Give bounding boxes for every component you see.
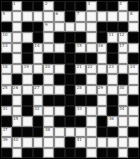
- grid-cell[interactable]: [118, 11, 129, 21]
- grid-cell[interactable]: [65, 22, 76, 32]
- clue-number: 25: [3, 86, 8, 91]
- clue-number: 27: [34, 86, 39, 91]
- block-cell: [107, 95, 118, 105]
- grid-cell[interactable]: [12, 11, 23, 21]
- grid-cell[interactable]: [86, 148, 97, 158]
- clue-number: 24: [130, 65, 135, 70]
- grid-cell[interactable]: 26: [12, 85, 23, 95]
- clue-number: 29: [98, 86, 103, 91]
- block-cell: [65, 53, 76, 63]
- grid-cell[interactable]: [12, 53, 23, 63]
- block-cell: [22, 127, 33, 137]
- clue-number: 6: [56, 12, 59, 17]
- grid-cell[interactable]: [22, 11, 33, 21]
- clue-number: 21: [77, 65, 82, 70]
- block-cell: [118, 22, 129, 32]
- grid-cell[interactable]: 7: [75, 11, 86, 21]
- block-cell: [33, 127, 44, 137]
- block-cell: [1, 116, 12, 126]
- clue-number: 9: [45, 23, 48, 28]
- grid-cell[interactable]: [118, 53, 129, 63]
- block-cell: [128, 95, 139, 105]
- block-cell: [97, 32, 108, 42]
- block-cell: [75, 1, 86, 11]
- block-cell: [128, 32, 139, 42]
- grid-cell[interactable]: [43, 11, 54, 21]
- grid-cell[interactable]: [86, 11, 97, 21]
- grid-cell[interactable]: [86, 22, 97, 32]
- grid-cell[interactable]: 2: [43, 1, 54, 11]
- clue-number: 15: [77, 44, 82, 49]
- grid-cell[interactable]: [97, 11, 108, 21]
- grid-cell[interactable]: [75, 127, 86, 137]
- grid-cell[interactable]: [86, 85, 97, 95]
- block-cell: [54, 32, 65, 42]
- clue-number: 8: [130, 12, 133, 17]
- grid-cell[interactable]: [86, 43, 97, 53]
- grid-cell[interactable]: [97, 53, 108, 63]
- grid-cell[interactable]: [97, 137, 108, 147]
- grid-cell[interactable]: 15: [75, 43, 86, 53]
- grid-cell[interactable]: 35: [12, 116, 23, 126]
- grid-cell[interactable]: 25: [1, 85, 12, 95]
- clue-number: 37: [3, 128, 8, 133]
- grid-cell[interactable]: 20: [43, 64, 54, 74]
- block-cell: [1, 95, 12, 105]
- grid-cell[interactable]: [118, 116, 129, 126]
- block-cell: [22, 53, 33, 63]
- grid-cell[interactable]: 8: [128, 11, 139, 21]
- grid-cell[interactable]: [97, 95, 108, 105]
- block-cell: [75, 74, 86, 84]
- grid-cell[interactable]: [128, 116, 139, 126]
- clue-number: 32: [34, 107, 39, 112]
- grid-cell[interactable]: [118, 127, 129, 137]
- block-cell: [22, 95, 33, 105]
- block-cell: [33, 22, 44, 32]
- grid-cell[interactable]: [22, 74, 33, 84]
- grid-cell[interactable]: [86, 116, 97, 126]
- block-cell: [65, 64, 76, 74]
- clue-number: 12: [119, 33, 124, 38]
- grid-cell[interactable]: [86, 32, 97, 42]
- grid-cell[interactable]: [12, 95, 23, 105]
- grid-cell[interactable]: 11: [107, 32, 118, 42]
- block-cell: [128, 148, 139, 158]
- grid-cell[interactable]: [54, 64, 65, 74]
- grid-cell[interactable]: 41: [75, 137, 86, 147]
- grid-cell[interactable]: [43, 106, 54, 116]
- block-cell: [107, 43, 118, 53]
- grid-cell[interactable]: 4: [118, 1, 129, 11]
- block-cell: [65, 85, 76, 95]
- block-cell: [65, 11, 76, 21]
- grid-cell[interactable]: 6: [54, 11, 65, 21]
- grid-cell[interactable]: 34: [118, 106, 129, 116]
- clue-number: 1: [13, 2, 16, 7]
- grid-cell[interactable]: [86, 74, 97, 84]
- block-cell: [54, 148, 65, 158]
- clue-number: 19: [24, 65, 29, 70]
- grid-cell[interactable]: [107, 137, 118, 147]
- block-cell: [22, 106, 33, 116]
- grid-cell[interactable]: [43, 148, 54, 158]
- grid-cell[interactable]: [22, 32, 33, 42]
- grid-cell[interactable]: [22, 85, 33, 95]
- grid-cell[interactable]: [33, 95, 44, 105]
- block-cell: [54, 95, 65, 105]
- clue-number: 22: [87, 65, 92, 70]
- grid-cell[interactable]: 38: [43, 127, 54, 137]
- grid-cell[interactable]: [12, 43, 23, 53]
- block-cell: [118, 74, 129, 84]
- grid-cell[interactable]: 27: [33, 85, 44, 95]
- clue-number: 17: [119, 44, 124, 49]
- clue-number: 16: [98, 44, 103, 49]
- block-cell: [1, 53, 12, 63]
- grid-cell[interactable]: [54, 127, 65, 137]
- grid-cell[interactable]: [128, 85, 139, 95]
- block-cell: [97, 127, 108, 137]
- grid-cell[interactable]: [118, 95, 129, 105]
- block-cell: [1, 148, 12, 158]
- block-cell: [43, 95, 54, 105]
- block-cell: [97, 74, 108, 84]
- clue-number: 5: [3, 12, 6, 17]
- grid-cell[interactable]: [22, 137, 33, 147]
- block-cell: [12, 74, 23, 84]
- block-cell: [65, 43, 76, 53]
- block-cell: [107, 148, 118, 158]
- clue-number: 33: [77, 107, 82, 112]
- grid-cell[interactable]: [107, 74, 118, 84]
- grid-cell[interactable]: [75, 22, 86, 32]
- grid-cell[interactable]: [97, 64, 108, 74]
- grid-cell[interactable]: 21: [75, 64, 86, 74]
- grid-cell[interactable]: [86, 106, 97, 116]
- grid-cell[interactable]: 14: [33, 43, 44, 53]
- grid-cell[interactable]: [43, 137, 54, 147]
- block-cell: [33, 148, 44, 158]
- grid-cell[interactable]: [118, 64, 129, 74]
- block-cell: [107, 53, 118, 63]
- block-cell: [43, 53, 54, 63]
- block-cell: [1, 22, 12, 32]
- clue-number: 4: [119, 2, 122, 7]
- clue-number: 26: [13, 86, 18, 91]
- grid-cell[interactable]: [12, 148, 23, 158]
- grid-cell[interactable]: 33: [75, 106, 86, 116]
- grid-cell[interactable]: 28: [75, 85, 86, 95]
- grid-cell[interactable]: 1: [12, 1, 23, 11]
- grid-cell[interactable]: 36: [107, 116, 118, 126]
- grid-cell[interactable]: 16: [97, 43, 108, 53]
- clue-number: 23: [109, 65, 114, 70]
- block-cell: [22, 22, 33, 32]
- clue-number: 41: [77, 138, 82, 143]
- grid-cell[interactable]: 13: [1, 43, 12, 53]
- grid-cell[interactable]: [43, 74, 54, 84]
- clue-number: 35: [13, 117, 18, 122]
- clue-number: 14: [34, 44, 39, 49]
- clue-number: 20: [45, 65, 50, 70]
- grid-cell[interactable]: [128, 22, 139, 32]
- clue-number: 18: [3, 65, 8, 70]
- block-cell: [54, 53, 65, 63]
- clue-number: 13: [3, 44, 8, 49]
- block-cell: [107, 106, 118, 116]
- block-cell: [65, 1, 76, 11]
- block-cell: [33, 116, 44, 126]
- block-cell: [97, 116, 108, 126]
- clue-number: 36: [109, 117, 114, 122]
- grid-cell[interactable]: 3: [86, 1, 97, 11]
- block-cell: [97, 22, 108, 32]
- block-cell: [128, 1, 139, 11]
- grid-cell[interactable]: [33, 64, 44, 74]
- block-cell: [75, 95, 86, 105]
- clue-number: 30: [119, 86, 124, 91]
- clue-number: 7: [77, 12, 80, 17]
- block-cell: [97, 1, 108, 11]
- grid-cell[interactable]: [22, 116, 33, 126]
- grid-cell[interactable]: [107, 11, 118, 21]
- grid-cell[interactable]: [54, 22, 65, 32]
- clue-number: 3: [87, 2, 90, 7]
- grid-cell[interactable]: [43, 43, 54, 53]
- block-cell: [54, 1, 65, 11]
- grid-cell[interactable]: [86, 137, 97, 147]
- grid-cell[interactable]: [43, 116, 54, 126]
- block-cell: [75, 53, 86, 63]
- block-cell: [65, 148, 76, 158]
- clue-number: 34: [119, 107, 124, 112]
- block-cell: [22, 43, 33, 53]
- block-cell: [65, 116, 76, 126]
- block-cell: [65, 95, 76, 105]
- grid-cell[interactable]: 18: [1, 64, 12, 74]
- clue-number: 31: [3, 107, 8, 112]
- grid-cell[interactable]: 10: [1, 32, 12, 42]
- clue-number: 10: [3, 33, 8, 38]
- block-cell: [75, 116, 86, 126]
- block-cell: [86, 95, 97, 105]
- block-cell: [75, 148, 86, 158]
- clue-number: 40: [13, 138, 18, 143]
- grid-cell[interactable]: 24: [128, 64, 139, 74]
- block-cell: [12, 127, 23, 137]
- grid-cell[interactable]: [12, 64, 23, 74]
- grid-cell[interactable]: 40: [12, 137, 23, 147]
- grid-cell[interactable]: [107, 85, 118, 95]
- clue-number: 28: [77, 86, 82, 91]
- grid-cell[interactable]: [1, 74, 12, 84]
- grid-cell[interactable]: [54, 106, 65, 116]
- block-cell: [97, 148, 108, 158]
- block-cell: [54, 116, 65, 126]
- block-cell: [33, 1, 44, 11]
- grid-cell[interactable]: 29: [97, 85, 108, 95]
- block-cell: [75, 32, 86, 42]
- block-cell: [65, 137, 76, 147]
- grid-cell[interactable]: 19: [22, 64, 33, 74]
- grid-cell[interactable]: 37: [1, 127, 12, 137]
- grid-cell[interactable]: [12, 22, 23, 32]
- crossword-board: 1234567891011121314151617181920212223242…: [0, 0, 140, 159]
- block-cell: [107, 22, 118, 32]
- grid-cell[interactable]: 5: [1, 11, 12, 21]
- grid-cell[interactable]: [43, 32, 54, 42]
- block-cell: [86, 53, 97, 63]
- grid-cell[interactable]: 32: [33, 106, 44, 116]
- block-cell: [33, 74, 44, 84]
- grid-cell[interactable]: [12, 106, 23, 116]
- clue-number: 38: [45, 128, 50, 133]
- grid-cell[interactable]: [43, 85, 54, 95]
- grid-cell[interactable]: 22: [86, 64, 97, 74]
- grid-cell[interactable]: [128, 137, 139, 147]
- grid-cell[interactable]: 31: [1, 106, 12, 116]
- grid-cell[interactable]: [65, 127, 76, 137]
- clue-number: 39: [3, 138, 8, 143]
- grid-cell[interactable]: [86, 127, 97, 137]
- block-cell: [22, 1, 33, 11]
- grid-cell[interactable]: [12, 32, 23, 42]
- grid-cell[interactable]: [118, 137, 129, 147]
- grid-cell[interactable]: [128, 106, 139, 116]
- grid-cell[interactable]: [128, 43, 139, 53]
- block-cell: [128, 127, 139, 137]
- block-cell: [107, 127, 118, 137]
- grid-cell[interactable]: 12: [118, 32, 129, 42]
- block-cell: [65, 74, 76, 84]
- clue-number: 11: [109, 33, 114, 38]
- grid-cell[interactable]: 9: [43, 22, 54, 32]
- grid-cell[interactable]: [97, 106, 108, 116]
- block-cell: [54, 74, 65, 84]
- clue-number: 2: [45, 2, 48, 7]
- grid-cell[interactable]: [54, 43, 65, 53]
- grid-cell[interactable]: 30: [118, 85, 129, 95]
- block-cell: [65, 32, 76, 42]
- grid-cell[interactable]: 39: [1, 137, 12, 147]
- block-cell: [65, 106, 76, 116]
- block-cell: [33, 32, 44, 42]
- grid-cell[interactable]: [118, 148, 129, 158]
- grid-cell[interactable]: [33, 53, 44, 63]
- grid-cell[interactable]: 17: [118, 43, 129, 53]
- grid-cell[interactable]: 23: [107, 64, 118, 74]
- grid-cell[interactable]: [54, 85, 65, 95]
- grid-cell[interactable]: [54, 137, 65, 147]
- block-cell: [22, 148, 33, 158]
- grid-cell[interactable]: [33, 11, 44, 21]
- block-cell: [107, 1, 118, 11]
- block-cell: [1, 1, 12, 11]
- grid-cell[interactable]: [128, 74, 139, 84]
- grid-cell[interactable]: [33, 137, 44, 147]
- block-cell: [128, 53, 139, 63]
